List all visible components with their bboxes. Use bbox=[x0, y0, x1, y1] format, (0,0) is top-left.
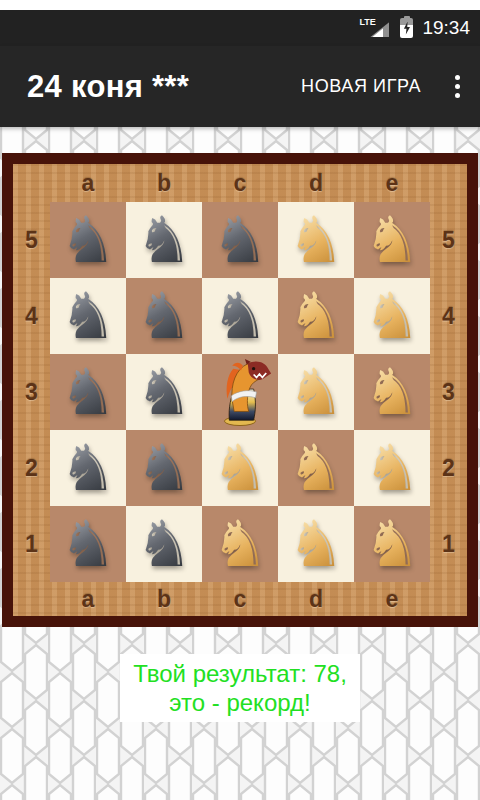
coord-label-b: b bbox=[126, 170, 202, 197]
black-knight: ♞ bbox=[135, 208, 192, 272]
screen-top-strip bbox=[0, 0, 480, 10]
dragon-knight-cursor bbox=[205, 357, 275, 427]
square-c3[interactable] bbox=[202, 354, 278, 430]
file-labels-bottom: abcde bbox=[50, 582, 430, 616]
white-knight: ♞ bbox=[363, 284, 420, 348]
coord-label-d: d bbox=[278, 170, 354, 197]
coord-label-1: 1 bbox=[13, 506, 50, 582]
coord-label-a: a bbox=[50, 170, 126, 197]
network-type-label: LTE bbox=[359, 17, 375, 27]
white-knight: ♞ bbox=[211, 436, 268, 500]
black-knight: ♞ bbox=[59, 436, 116, 500]
white-knight: ♞ bbox=[287, 284, 344, 348]
square-c1[interactable]: ♞ bbox=[202, 506, 278, 582]
square-b5[interactable]: ♞ bbox=[126, 202, 202, 278]
square-d4[interactable]: ♞ bbox=[278, 278, 354, 354]
black-knight: ♞ bbox=[59, 284, 116, 348]
square-a2[interactable]: ♞ bbox=[50, 430, 126, 506]
overflow-menu-icon[interactable] bbox=[449, 67, 466, 106]
charging-bolt-icon bbox=[403, 22, 411, 35]
square-e2[interactable]: ♞ bbox=[354, 430, 430, 506]
square-b2[interactable]: ♞ bbox=[126, 430, 202, 506]
white-knight: ♞ bbox=[363, 436, 420, 500]
coord-label-3: 3 bbox=[430, 354, 467, 430]
coord-label-2: 2 bbox=[430, 430, 467, 506]
coord-label-c: c bbox=[202, 170, 278, 197]
phone-screen: LTE 19:34 24 коня *** НОВАЯ ИГРА abcde a… bbox=[0, 0, 480, 800]
white-knight: ♞ bbox=[287, 512, 344, 576]
coord-label-4: 4 bbox=[430, 278, 467, 354]
square-a1[interactable]: ♞ bbox=[50, 506, 126, 582]
coord-label-5: 5 bbox=[430, 202, 467, 278]
coord-label-3: 3 bbox=[13, 354, 50, 430]
white-knight: ♞ bbox=[211, 512, 268, 576]
square-b3[interactable]: ♞ bbox=[126, 354, 202, 430]
white-knight: ♞ bbox=[363, 208, 420, 272]
chess-board: abcde abcde 54321 54321 ♞♞♞♞♞♞♞♞♞♞♞♞ ♞♞♞… bbox=[2, 153, 478, 627]
square-e3[interactable]: ♞ bbox=[354, 354, 430, 430]
coord-label-e: e bbox=[354, 170, 430, 197]
square-d3[interactable]: ♞ bbox=[278, 354, 354, 430]
square-d1[interactable]: ♞ bbox=[278, 506, 354, 582]
rank-labels-right: 54321 bbox=[430, 202, 467, 582]
square-d5[interactable]: ♞ bbox=[278, 202, 354, 278]
white-knight: ♞ bbox=[363, 360, 420, 424]
black-knight: ♞ bbox=[135, 436, 192, 500]
black-knight: ♞ bbox=[211, 284, 268, 348]
board-wood-frame: abcde abcde 54321 54321 ♞♞♞♞♞♞♞♞♞♞♞♞ ♞♞♞… bbox=[13, 164, 467, 616]
black-knight: ♞ bbox=[211, 208, 268, 272]
coord-label-b: b bbox=[126, 586, 202, 613]
square-a4[interactable]: ♞ bbox=[50, 278, 126, 354]
app-title: 24 коня *** bbox=[27, 69, 301, 105]
board-squares: ♞♞♞♞♞♞♞♞♞♞♞♞ ♞♞♞♞♞♞♞♞♞♞♞♞ bbox=[50, 202, 430, 582]
file-labels-top: abcde bbox=[50, 164, 430, 202]
square-a5[interactable]: ♞ bbox=[50, 202, 126, 278]
white-knight: ♞ bbox=[287, 436, 344, 500]
rank-labels-left: 54321 bbox=[13, 202, 50, 582]
app-bar: 24 коня *** НОВАЯ ИГРА bbox=[0, 46, 480, 127]
coord-label-e: e bbox=[354, 586, 430, 613]
cell-signal-icon: LTE bbox=[359, 16, 391, 40]
status-bar: LTE 19:34 bbox=[0, 10, 480, 46]
square-e4[interactable]: ♞ bbox=[354, 278, 430, 354]
coord-label-a: a bbox=[50, 586, 126, 613]
white-knight: ♞ bbox=[287, 208, 344, 272]
square-b4[interactable]: ♞ bbox=[126, 278, 202, 354]
white-knight: ♞ bbox=[363, 512, 420, 576]
black-knight: ♞ bbox=[59, 512, 116, 576]
square-e5[interactable]: ♞ bbox=[354, 202, 430, 278]
black-knight: ♞ bbox=[59, 208, 116, 272]
black-knight: ♞ bbox=[135, 360, 192, 424]
square-e1[interactable]: ♞ bbox=[354, 506, 430, 582]
result-line2: это - рекорд! bbox=[133, 688, 347, 717]
square-d2[interactable]: ♞ bbox=[278, 430, 354, 506]
new-game-button[interactable]: НОВАЯ ИГРА bbox=[301, 76, 421, 97]
square-b1[interactable]: ♞ bbox=[126, 506, 202, 582]
coord-label-5: 5 bbox=[13, 202, 50, 278]
square-c4[interactable]: ♞ bbox=[202, 278, 278, 354]
result-line1: Твой результат: 78, bbox=[133, 659, 347, 688]
square-c5[interactable]: ♞ bbox=[202, 202, 278, 278]
black-knight: ♞ bbox=[135, 512, 192, 576]
coord-label-1: 1 bbox=[430, 506, 467, 582]
coord-label-c: c bbox=[202, 586, 278, 613]
black-knight: ♞ bbox=[135, 284, 192, 348]
battery-charging-icon bbox=[400, 18, 413, 38]
black-knight: ♞ bbox=[59, 360, 116, 424]
result-message: Твой результат: 78, это - рекорд! bbox=[120, 654, 360, 722]
square-c2[interactable]: ♞ bbox=[202, 430, 278, 506]
coord-label-d: d bbox=[278, 586, 354, 613]
status-bar-clock: 19:34 bbox=[422, 17, 470, 39]
coord-label-2: 2 bbox=[13, 430, 50, 506]
white-knight: ♞ bbox=[287, 360, 344, 424]
coord-label-4: 4 bbox=[13, 278, 50, 354]
square-a3[interactable]: ♞ bbox=[50, 354, 126, 430]
